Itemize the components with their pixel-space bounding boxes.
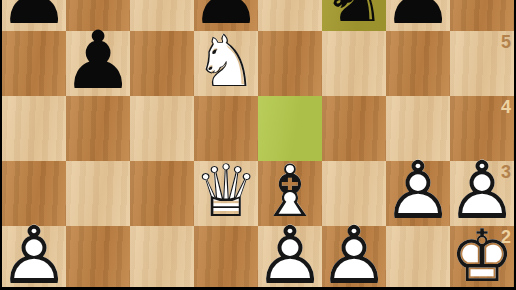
piece-glyph-outline: ♕: [194, 155, 259, 227]
square-d5[interactable]: ♞♘: [194, 31, 258, 96]
square-c6[interactable]: [130, 0, 194, 31]
square-c2[interactable]: [130, 226, 194, 290]
square-e6[interactable]: [258, 0, 322, 31]
square-h2[interactable]: ♚♔2: [450, 226, 514, 290]
square-a4[interactable]: [2, 96, 66, 161]
square-e5[interactable]: [258, 31, 322, 96]
square-b5[interactable]: ♟: [66, 31, 130, 96]
piece-glyph-fill: ♟: [62, 20, 134, 100]
square-h5[interactable]: 5: [450, 31, 514, 96]
square-g5[interactable]: [386, 31, 450, 96]
square-f6[interactable]: ♞: [322, 0, 386, 31]
square-b4[interactable]: [66, 96, 130, 161]
white-pawn[interactable]: ♟♙: [258, 226, 322, 290]
square-a2[interactable]: ♟♙: [2, 226, 66, 290]
piece-glyph-fill: ♟: [382, 0, 454, 35]
square-d3[interactable]: ♛♕: [194, 161, 258, 226]
rank-label-4: 4: [501, 96, 511, 116]
piece-glyph-outline: ♙: [382, 150, 454, 230]
square-b3[interactable]: [66, 161, 130, 226]
square-f5[interactable]: [322, 31, 386, 96]
square-a6[interactable]: ♟: [2, 0, 66, 31]
letterbox-left: [0, 0, 2, 290]
square-f2[interactable]: ♟♙: [322, 226, 386, 290]
piece-glyph-outline: ♙: [318, 215, 390, 290]
piece-glyph-fill: ♟: [0, 0, 70, 35]
square-c5[interactable]: [130, 31, 194, 96]
rank-label-5: 5: [501, 31, 511, 51]
white-pawn[interactable]: ♟♙: [386, 161, 450, 226]
square-d2[interactable]: [194, 226, 258, 290]
square-e2[interactable]: ♟♙: [258, 226, 322, 290]
square-h6[interactable]: [450, 0, 514, 31]
square-f4[interactable]: [322, 96, 386, 161]
white-queen[interactable]: ♛♕: [194, 161, 258, 226]
rank-label-3: 3: [501, 161, 511, 181]
square-g2[interactable]: [386, 226, 450, 290]
square-g3[interactable]: ♟♙: [386, 161, 450, 226]
video-frame: ♟♟♞♟♟♞♘54♛♕♝♗♟♙♟♙3♟♙♟♙♟♙♚♔2: [0, 0, 516, 290]
square-c3[interactable]: [130, 161, 194, 226]
square-g6[interactable]: ♟: [386, 0, 450, 31]
black-pawn[interactable]: ♟: [66, 31, 130, 96]
piece-glyph-outline: ♙: [254, 215, 326, 290]
piece-glyph-fill: ♞: [322, 0, 387, 32]
white-pawn[interactable]: ♟♙: [322, 226, 386, 290]
piece-glyph-outline: ♘: [194, 25, 259, 97]
piece-glyph-outline: ♙: [0, 215, 70, 290]
black-pawn[interactable]: ♟: [2, 0, 66, 31]
square-c4[interactable]: [130, 96, 194, 161]
black-pawn[interactable]: ♟: [386, 0, 450, 31]
square-a5[interactable]: [2, 31, 66, 96]
white-knight[interactable]: ♞♘: [194, 31, 258, 96]
black-knight[interactable]: ♞: [322, 0, 386, 31]
white-pawn[interactable]: ♟♙: [2, 226, 66, 290]
square-b2[interactable]: [66, 226, 130, 290]
chess-board: ♟♟♞♟♟♞♘54♛♕♝♗♟♙♟♙3♟♙♟♙♟♙♚♔2: [2, 0, 514, 290]
rank-label-2: 2: [501, 226, 511, 246]
